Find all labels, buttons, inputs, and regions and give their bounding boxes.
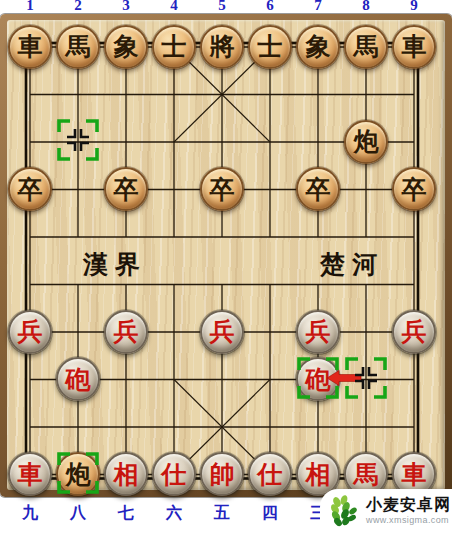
- board-cell: 象: [294, 23, 342, 71]
- file-label-top-8: 8: [362, 0, 370, 13]
- board-cell: 炮: [54, 451, 102, 499]
- watermark-badge: 小麦安卓网 www.xmsigma.com: [320, 489, 452, 533]
- piece-black-rook[interactable]: 車: [8, 25, 52, 69]
- board-cell: 帥: [198, 451, 246, 499]
- piece-black-cannon[interactable]: 炮: [56, 452, 100, 496]
- piece-black-advisor[interactable]: 士: [152, 25, 196, 69]
- board-cell: 炮: [342, 118, 390, 166]
- file-label-top-6: 6: [266, 0, 274, 13]
- board-cell: 仕: [246, 451, 294, 499]
- file-label-bottom-3: 七: [118, 505, 134, 521]
- piece-black-soldier[interactable]: 卒: [392, 167, 436, 211]
- piece-red-soldier[interactable]: 兵: [200, 310, 244, 354]
- file-label-top-1: 1: [26, 0, 34, 13]
- file-label-top-9: 9: [410, 0, 418, 13]
- board-cell: 象: [102, 23, 150, 71]
- piece-red-advisor[interactable]: 仕: [248, 452, 292, 496]
- board-cell: 兵: [102, 308, 150, 356]
- piece-red-elephant[interactable]: 相: [104, 452, 148, 496]
- file-label-bottom-6: 四: [262, 505, 278, 521]
- board-cell: 砲: [294, 356, 342, 404]
- file-label-top-3: 3: [122, 0, 130, 13]
- piece-black-cannon[interactable]: 炮: [344, 120, 388, 164]
- board-cell: 兵: [6, 308, 54, 356]
- piece-black-advisor[interactable]: 士: [248, 25, 292, 69]
- piece-black-general[interactable]: 將: [200, 25, 244, 69]
- piece-red-advisor[interactable]: 仕: [152, 452, 196, 496]
- board-cell: 相: [102, 451, 150, 499]
- piece-black-soldier[interactable]: 卒: [8, 167, 52, 211]
- piece-red-soldier[interactable]: 兵: [104, 310, 148, 354]
- board-cell: 兵: [294, 308, 342, 356]
- board-cell: 砲: [54, 356, 102, 404]
- board-cell: 兵: [198, 308, 246, 356]
- watermark-title: 小麦安卓网: [366, 497, 451, 513]
- board-cell: 卒: [198, 166, 246, 214]
- board-cell: 士: [246, 23, 294, 71]
- piece-black-rook[interactable]: 車: [392, 25, 436, 69]
- piece-black-soldier[interactable]: 卒: [104, 167, 148, 211]
- piece-black-soldier[interactable]: 卒: [200, 167, 244, 211]
- file-label-bottom-1: 九: [22, 505, 38, 521]
- board-cell: 卒: [390, 166, 438, 214]
- file-label-top-7: 7: [314, 0, 322, 13]
- file-label-top-4: 4: [170, 0, 178, 13]
- file-label-bottom-5: 五: [214, 505, 230, 521]
- board-cell: 仕: [150, 451, 198, 499]
- file-label-bottom-4: 六: [166, 505, 182, 521]
- pieces-grid: 車馬象士將士象馬車炮卒卒卒卒卒兵兵兵兵兵砲砲車炮相仕帥仕相馬車: [6, 23, 438, 498]
- board-cell: 兵: [390, 308, 438, 356]
- piece-black-soldier[interactable]: 卒: [296, 167, 340, 211]
- file-label-bottom-2: 八: [70, 505, 86, 521]
- watermark-url: www.xmsigma.com: [366, 516, 451, 525]
- piece-red-general[interactable]: 帥: [200, 452, 244, 496]
- file-label-top-2: 2: [74, 0, 82, 13]
- board-cell: 士: [150, 23, 198, 71]
- wheat-logo-icon: [328, 494, 362, 528]
- piece-red-soldier[interactable]: 兵: [8, 310, 52, 354]
- top-file-labels: 123456789: [0, 0, 452, 14]
- piece-black-horse[interactable]: 馬: [344, 25, 388, 69]
- board-cell: 將: [198, 23, 246, 71]
- piece-black-elephant[interactable]: 象: [104, 25, 148, 69]
- file-label-top-5: 5: [218, 0, 226, 13]
- piece-black-elephant[interactable]: 象: [296, 25, 340, 69]
- piece-black-horse[interactable]: 馬: [56, 25, 100, 69]
- board-cell: 卒: [6, 166, 54, 214]
- xiangqi-board[interactable]: 漢界 楚河 車馬象士將士象馬車炮卒卒卒卒卒兵兵兵兵兵砲砲車炮相仕帥仕相馬車: [0, 14, 452, 497]
- board-cell: 馬: [54, 23, 102, 71]
- board-cell: 卒: [102, 166, 150, 214]
- piece-red-cannon[interactable]: 砲: [56, 357, 100, 401]
- piece-red-rook[interactable]: 車: [8, 452, 52, 496]
- board-cell: 卒: [294, 166, 342, 214]
- piece-red-soldier[interactable]: 兵: [392, 310, 436, 354]
- board-cell: 馬: [342, 23, 390, 71]
- board-cell: 車: [6, 23, 54, 71]
- board-cell: 車: [390, 23, 438, 71]
- piece-red-cannon[interactable]: 砲: [296, 357, 340, 401]
- piece-red-soldier[interactable]: 兵: [296, 310, 340, 354]
- board-cell: 車: [6, 451, 54, 499]
